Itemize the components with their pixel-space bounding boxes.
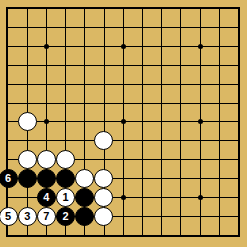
black-stone-move-6[interactable]: 6 — [0, 169, 18, 188]
white-stone[interactable] — [37, 150, 56, 169]
white-stone[interactable] — [18, 150, 37, 169]
white-stone[interactable] — [94, 188, 113, 207]
black-stone[interactable] — [56, 169, 75, 188]
black-stone-move-4[interactable]: 4 — [37, 188, 56, 207]
black-stone[interactable] — [37, 169, 56, 188]
white-stone[interactable] — [94, 131, 113, 150]
white-stone-move-5[interactable]: 5 — [0, 207, 18, 226]
black-stone[interactable] — [75, 188, 94, 207]
white-stone[interactable] — [75, 169, 94, 188]
white-stone-move-7[interactable]: 7 — [37, 207, 56, 226]
go-board-diagram[interactable]: 6415372 — [0, 0, 247, 247]
white-stone-move-3[interactable]: 3 — [18, 207, 37, 226]
white-stone-move-1[interactable]: 1 — [56, 188, 75, 207]
stones-layer: 6415372 — [0, 0, 247, 245]
white-stone[interactable] — [94, 169, 113, 188]
white-stone[interactable] — [94, 207, 113, 226]
white-stone[interactable] — [18, 112, 37, 131]
black-stone[interactable] — [75, 207, 94, 226]
white-stone[interactable] — [56, 150, 75, 169]
black-stone[interactable] — [18, 169, 37, 188]
black-stone-move-2[interactable]: 2 — [56, 207, 75, 226]
